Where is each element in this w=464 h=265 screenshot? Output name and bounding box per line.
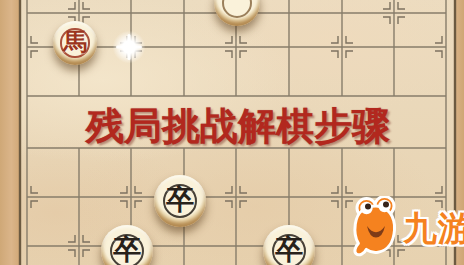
jiuyou-watermark: 九游	[350, 196, 464, 265]
piece-glyph: 卒	[166, 186, 194, 214]
screenshot-root: 馬卒卒卒 残局挑战解棋步骤 九游	[0, 0, 464, 265]
piece-red-horse[interactable]: 馬	[53, 21, 97, 65]
move-sparkle-icon	[112, 30, 146, 64]
watermark-text: 九游	[403, 211, 464, 245]
jiuyou-mascot-icon	[350, 196, 402, 262]
piece-glyph: 卒	[275, 236, 303, 264]
piece-glyph: 馬	[63, 30, 87, 54]
piece-ring	[222, 0, 252, 18]
piece-black-pawn-a[interactable]: 卒	[154, 175, 206, 227]
piece-glyph: 卒	[113, 236, 141, 264]
overlay-title: 残局挑战解棋步骤	[86, 107, 390, 145]
